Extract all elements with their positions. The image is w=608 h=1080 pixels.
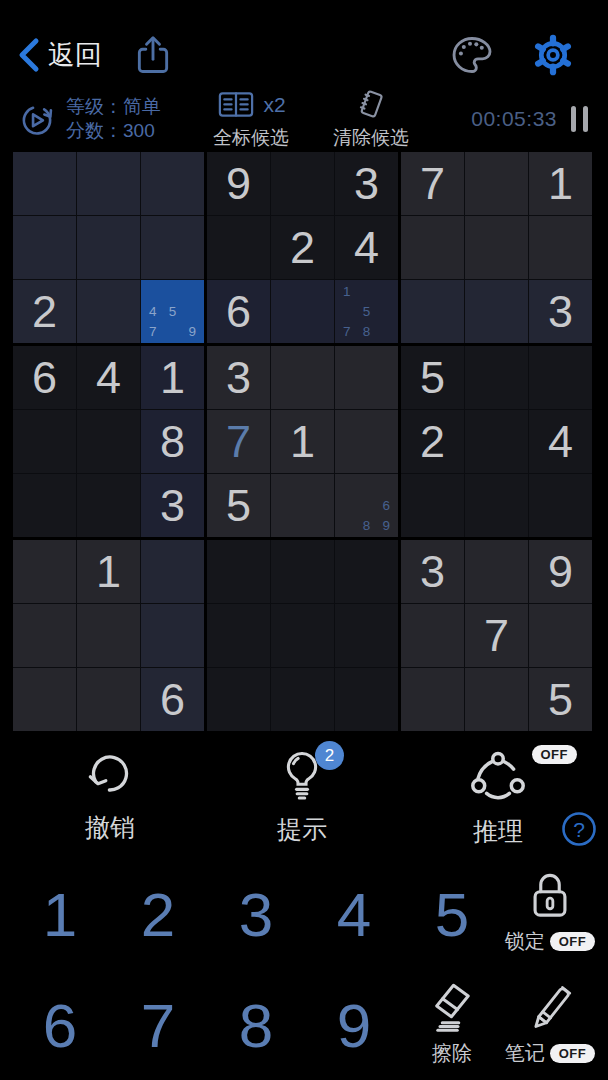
cell-r3c9[interactable]: 3 — [529, 280, 592, 343]
given-digit: 6 — [32, 355, 57, 400]
cell-r9c2[interactable] — [77, 668, 140, 731]
cell-r4c2[interactable]: 4 — [77, 346, 140, 409]
cell-r5c9[interactable]: 4 — [529, 410, 592, 473]
cell-r8c2[interactable] — [77, 604, 140, 667]
cell-r3c8[interactable] — [465, 280, 528, 343]
given-digit: 5 — [226, 483, 251, 528]
cell-r2c7[interactable] — [401, 216, 464, 279]
given-digit: 2 — [420, 419, 445, 464]
notes-label: 笔记 — [505, 1040, 545, 1067]
given-digit: 8 — [160, 419, 185, 464]
book-icon — [216, 89, 256, 121]
cell-r3c6[interactable]: 1578 — [335, 280, 398, 343]
mark-all-count: x2 — [263, 93, 285, 117]
cell-r1c9[interactable]: 1 — [529, 152, 592, 215]
cell-r2c4[interactable] — [207, 216, 270, 279]
cell-r7c1[interactable] — [13, 540, 76, 603]
numpad-5[interactable]: 5 — [435, 879, 469, 950]
cell-r2c6[interactable]: 4 — [335, 216, 398, 279]
erase-button[interactable]: 擦除 — [425, 979, 479, 1071]
cell-r6c7[interactable] — [401, 474, 464, 537]
cell-r1c3[interactable] — [141, 152, 204, 215]
sudoku-box-6: 524 — [401, 346, 592, 537]
back-button[interactable]: 返回 — [16, 37, 102, 73]
cell-r3c5[interactable] — [271, 280, 334, 343]
erase-label: 擦除 — [432, 1040, 472, 1067]
given-digit: 2 — [32, 289, 57, 334]
numpad-4[interactable]: 4 — [337, 879, 371, 950]
cell-r2c3[interactable] — [141, 216, 204, 279]
question-glyph: ? — [573, 818, 585, 841]
cell-r9c1[interactable] — [13, 668, 76, 731]
cell-r4c1[interactable]: 6 — [13, 346, 76, 409]
share-icon — [130, 29, 176, 81]
restart-button[interactable] — [16, 98, 58, 140]
score-value: 300 — [123, 120, 155, 141]
numpad-7[interactable]: 7 — [141, 990, 175, 1061]
undo-icon — [83, 747, 137, 803]
candidate-notes: 1578 — [337, 282, 396, 341]
help-button[interactable]: ? — [559, 809, 599, 849]
given-digit: 6 — [226, 289, 251, 334]
cell-r9c3[interactable]: 6 — [141, 668, 204, 731]
deduce-toggle-button[interactable]: OFF 推理 — [463, 747, 533, 848]
cell-r3c2[interactable] — [77, 280, 140, 343]
deduce-state-badge: OFF — [532, 745, 578, 764]
cell-r5c5[interactable]: 1 — [271, 410, 334, 473]
cell-r6c6[interactable]: 689 — [335, 474, 398, 537]
given-digit: 3 — [354, 161, 379, 206]
cell-r7c6[interactable] — [335, 540, 398, 603]
cell-r8c5[interactable] — [271, 604, 334, 667]
eraser-icon — [425, 979, 479, 1035]
cell-r7c4[interactable] — [207, 540, 270, 603]
cell-r9c7[interactable] — [401, 668, 464, 731]
cell-r1c6[interactable]: 3 — [335, 152, 398, 215]
cell-r8c9[interactable] — [529, 604, 592, 667]
cell-r7c2[interactable]: 1 — [77, 540, 140, 603]
given-digit: 7 — [420, 161, 445, 206]
numpad-8[interactable]: 8 — [239, 990, 273, 1061]
cell-r9c8[interactable] — [465, 668, 528, 731]
cell-r5c1[interactable] — [13, 410, 76, 473]
cell-r4c8[interactable] — [465, 346, 528, 409]
cell-r2c8[interactable] — [465, 216, 528, 279]
level-row: 等级：简单 — [66, 95, 161, 119]
lock-label: 锁定 — [505, 928, 545, 955]
given-digit: 1 — [160, 355, 185, 400]
pencil-icon — [523, 979, 577, 1035]
palette-icon — [448, 32, 496, 78]
back-label: 返回 — [48, 37, 102, 73]
given-digit: 3 — [226, 355, 251, 400]
cell-r6c8[interactable] — [465, 474, 528, 537]
mark-all-label: 全标候选 — [213, 125, 289, 151]
sudoku-box-7: 16 — [13, 540, 204, 731]
bottom-toolbar: 撤销 2 提示 — [0, 733, 608, 858]
cell-r8c3[interactable] — [141, 604, 204, 667]
deduce-label: 推理 — [473, 815, 523, 848]
candidate-notes: 4579 — [143, 282, 202, 341]
cell-r3c1[interactable]: 2 — [13, 280, 76, 343]
restart-icon — [16, 98, 58, 140]
cell-r9c5[interactable] — [271, 668, 334, 731]
given-digit: 1 — [548, 161, 573, 206]
cell-r5c7[interactable]: 2 — [401, 410, 464, 473]
cell-r5c4[interactable]: 7 — [207, 410, 270, 473]
sudoku-box-1: 24579 — [13, 152, 204, 343]
cell-r8c4[interactable] — [207, 604, 270, 667]
given-digit: 3 — [420, 549, 445, 594]
given-digit: 3 — [548, 289, 573, 334]
clear-candidates-button[interactable]: 清除候选 — [333, 88, 409, 151]
cell-r2c1[interactable] — [13, 216, 76, 279]
theme-button[interactable] — [448, 32, 496, 78]
sudoku-box-4: 64183 — [13, 346, 204, 537]
cell-r9c4[interactable] — [207, 668, 270, 731]
cell-r1c2[interactable] — [77, 152, 140, 215]
cell-r8c1[interactable] — [13, 604, 76, 667]
cell-r7c9[interactable]: 9 — [529, 540, 592, 603]
sudoku-app-screen: { "game": "sudoku", "position": { "rows"… — [0, 0, 608, 1080]
deduce-network-icon — [463, 747, 533, 807]
cell-r6c3[interactable]: 3 — [141, 474, 204, 537]
numpad-2[interactable]: 2 — [141, 879, 175, 950]
cell-r1c7[interactable]: 7 — [401, 152, 464, 215]
cell-r1c1[interactable] — [13, 152, 76, 215]
notes-state-badge: OFF — [550, 1044, 596, 1063]
cell-r4c4[interactable]: 3 — [207, 346, 270, 409]
given-digit: 4 — [548, 419, 573, 464]
cell-r3c3[interactable]: 4579 — [141, 280, 204, 343]
cell-r2c5[interactable]: 2 — [271, 216, 334, 279]
cell-r8c6[interactable] — [335, 604, 398, 667]
info-bar: 等级：简单 分数：300 x2 全标候选 — [0, 88, 608, 150]
undo-button[interactable]: 撤销 — [83, 747, 137, 844]
given-digit: 6 — [160, 677, 185, 722]
notepad-icon — [353, 87, 389, 123]
cell-r7c3[interactable] — [141, 540, 204, 603]
question-mark-icon: ? — [559, 809, 599, 849]
hint-label: 提示 — [277, 813, 327, 846]
given-digit: 7 — [484, 613, 509, 658]
numpad-9[interactable]: 9 — [337, 990, 371, 1061]
cell-r2c2[interactable] — [77, 216, 140, 279]
level-value: 简单 — [123, 96, 161, 117]
settings-button[interactable] — [528, 30, 578, 80]
undo-label: 撤销 — [85, 811, 135, 844]
given-digit: 5 — [420, 355, 445, 400]
given-digit: 4 — [96, 355, 121, 400]
sudoku-box-8 — [207, 540, 398, 731]
lock-state-badge: OFF — [550, 932, 596, 951]
pause-icon — [571, 106, 576, 132]
gear-icon — [528, 30, 578, 80]
given-digit: 9 — [548, 549, 573, 594]
cell-r3c4[interactable]: 6 — [207, 280, 270, 343]
hint-button[interactable]: 2 提示 — [276, 747, 328, 846]
timer: 00:05:33 — [471, 107, 557, 131]
cell-r1c5[interactable] — [271, 152, 334, 215]
cell-r4c7[interactable]: 5 — [401, 346, 464, 409]
cell-r2c9[interactable] — [529, 216, 592, 279]
nav-bar: 返回 — [0, 0, 608, 88]
sudoku-box-5: 3715689 — [207, 346, 398, 537]
clear-candidates-label: 清除候选 — [333, 125, 409, 151]
cell-r9c6[interactable] — [335, 668, 398, 731]
back-chevron-icon — [16, 37, 42, 73]
given-digit: 2 — [290, 225, 315, 270]
pause-button[interactable] — [567, 102, 592, 136]
given-digit: 4 — [354, 225, 379, 270]
notes-toggle-button[interactable]: 笔记 OFF — [505, 979, 596, 1071]
cell-r6c5[interactable] — [271, 474, 334, 537]
number-pad: 1 2 3 4 5 锁定 OFF 6 7 8 9 — [11, 858, 599, 1080]
cell-r1c4[interactable]: 9 — [207, 152, 270, 215]
sudoku-board: 24579932461578713641833715689524163975 — [11, 150, 594, 733]
level-score-block: 等级：简单 分数：300 — [66, 95, 161, 143]
lock-icon — [524, 869, 576, 923]
cell-r8c8[interactable]: 7 — [465, 604, 528, 667]
cell-r6c1[interactable] — [13, 474, 76, 537]
hint-count-badge: 2 — [315, 741, 344, 770]
numpad-1[interactable]: 1 — [43, 879, 77, 950]
given-digit: 3 — [160, 483, 185, 528]
given-digit: 1 — [290, 419, 315, 464]
cell-r4c3[interactable]: 1 — [141, 346, 204, 409]
sudoku-box-9: 3975 — [401, 540, 592, 731]
numpad-3[interactable]: 3 — [239, 879, 273, 950]
score-row: 分数：300 — [66, 119, 161, 143]
sudoku-box-2: 932461578 — [207, 152, 398, 343]
share-button[interactable] — [130, 29, 176, 81]
cell-r6c2[interactable] — [77, 474, 140, 537]
mark-all-candidates-button[interactable]: x2 全标候选 — [213, 88, 289, 151]
cell-r4c5[interactable] — [271, 346, 334, 409]
given-digit: 5 — [548, 677, 573, 722]
cell-r5c8[interactable] — [465, 410, 528, 473]
cell-r4c6[interactable] — [335, 346, 398, 409]
lock-toggle-button[interactable]: 锁定 OFF — [505, 869, 596, 959]
numpad-6[interactable]: 6 — [43, 990, 77, 1061]
cell-r6c9[interactable] — [529, 474, 592, 537]
candidate-notes: 689 — [337, 476, 396, 535]
cell-r3c7[interactable] — [401, 280, 464, 343]
cell-r7c5[interactable] — [271, 540, 334, 603]
cell-r7c8[interactable] — [465, 540, 528, 603]
cell-r5c6[interactable] — [335, 410, 398, 473]
cell-r5c3[interactable]: 8 — [141, 410, 204, 473]
cell-r8c7[interactable] — [401, 604, 464, 667]
given-digit: 1 — [96, 549, 121, 594]
cell-r7c7[interactable]: 3 — [401, 540, 464, 603]
pause-icon — [583, 106, 588, 132]
cell-r6c4[interactable]: 5 — [207, 474, 270, 537]
given-digit: 9 — [226, 161, 251, 206]
sudoku-box-3: 713 — [401, 152, 592, 343]
user-digit: 7 — [226, 419, 251, 464]
cell-r1c8[interactable] — [465, 152, 528, 215]
cell-r4c9[interactable] — [529, 346, 592, 409]
cell-r9c9[interactable]: 5 — [529, 668, 592, 731]
cell-r5c2[interactable] — [77, 410, 140, 473]
